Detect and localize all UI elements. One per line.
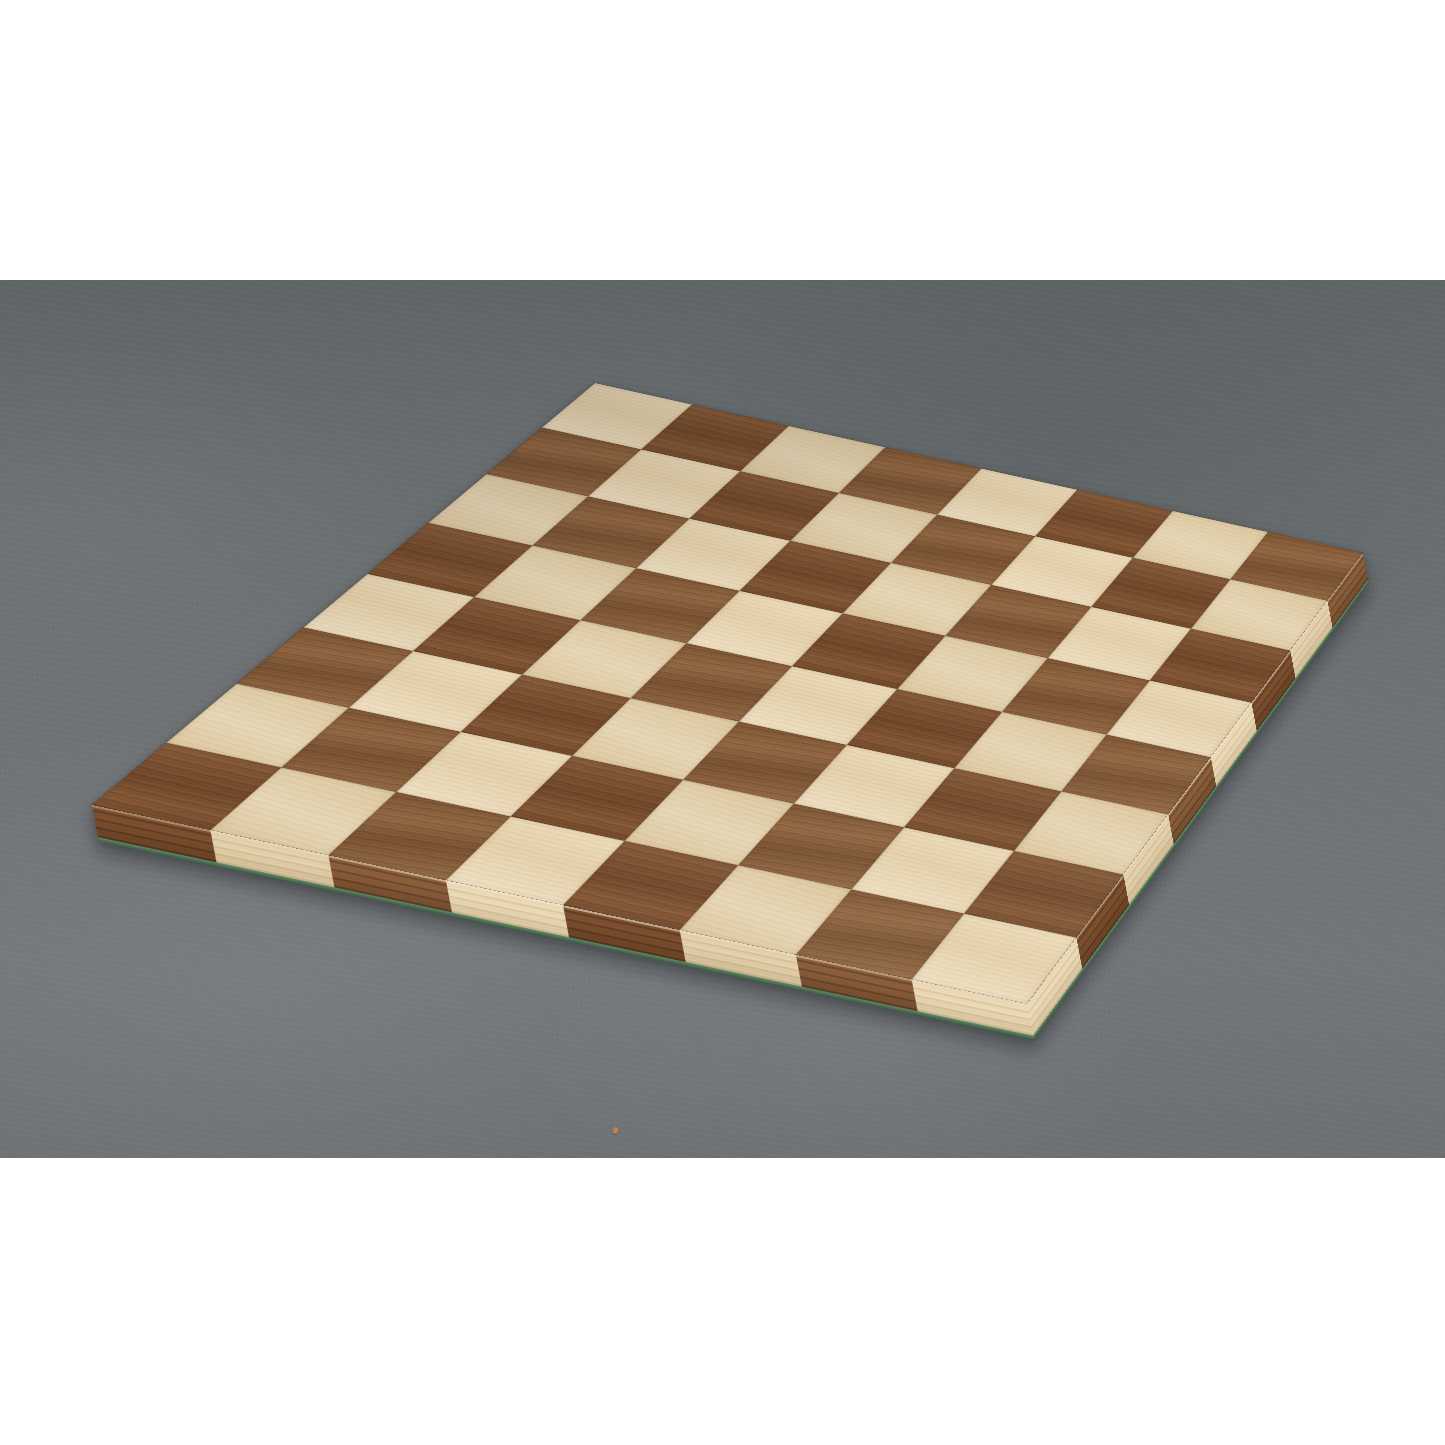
chessboard bbox=[0, 280, 1445, 1158]
product-photo bbox=[0, 280, 1445, 1158]
photo-stage bbox=[0, 280, 1445, 1158]
page bbox=[0, 0, 1445, 1445]
chess-board-surface bbox=[92, 383, 1363, 1004]
